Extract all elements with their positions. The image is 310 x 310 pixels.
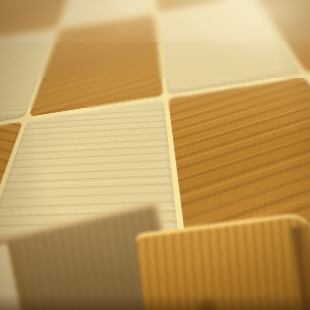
light-square [0, 99, 186, 310]
dark-square [168, 77, 310, 301]
photo-wooden-chessboard [0, 0, 310, 310]
chessboard-surface [0, 0, 310, 310]
board-perspective-scene [0, 0, 310, 310]
